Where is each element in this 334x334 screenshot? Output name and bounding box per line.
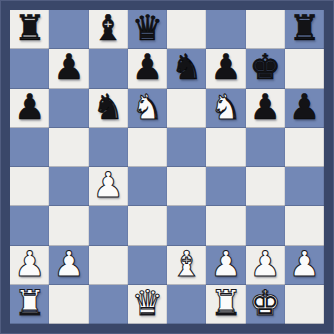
square-e6[interactable] xyxy=(167,89,206,128)
black-rook[interactable]: ♜ xyxy=(14,11,45,46)
white-pawn[interactable]: ♟ xyxy=(289,247,320,282)
chess-board: ♜♝♛♜♟♟♞♟♚♟♞♞♞♟♟♟♟♟♝♟♟♟♜♛♜♚ xyxy=(10,10,324,324)
white-king[interactable]: ♚ xyxy=(249,286,280,321)
square-h7[interactable] xyxy=(285,49,324,88)
square-c6[interactable]: ♞ xyxy=(89,89,128,128)
black-pawn[interactable]: ♟ xyxy=(14,90,45,125)
square-f3[interactable] xyxy=(206,206,245,245)
square-g1[interactable]: ♚ xyxy=(246,285,285,324)
square-e2[interactable]: ♝ xyxy=(167,246,206,285)
square-d6[interactable]: ♞ xyxy=(128,89,167,128)
square-a1[interactable]: ♜ xyxy=(10,285,49,324)
black-knight[interactable]: ♞ xyxy=(171,50,202,85)
square-d5[interactable] xyxy=(128,128,167,167)
square-d4[interactable] xyxy=(128,167,167,206)
square-g4[interactable] xyxy=(246,167,285,206)
square-f5[interactable] xyxy=(206,128,245,167)
square-a2[interactable]: ♟ xyxy=(10,246,49,285)
black-pawn[interactable]: ♟ xyxy=(53,50,84,85)
square-e4[interactable] xyxy=(167,167,206,206)
square-f6[interactable]: ♞ xyxy=(206,89,245,128)
black-pawn[interactable]: ♟ xyxy=(210,50,241,85)
white-knight[interactable]: ♞ xyxy=(210,90,241,125)
black-bishop[interactable]: ♝ xyxy=(92,11,123,46)
black-knight[interactable]: ♞ xyxy=(92,90,123,125)
square-d2[interactable] xyxy=(128,246,167,285)
square-b2[interactable]: ♟ xyxy=(49,246,88,285)
square-g7[interactable]: ♚ xyxy=(246,49,285,88)
square-b1[interactable] xyxy=(49,285,88,324)
white-pawn[interactable]: ♟ xyxy=(53,247,84,282)
square-c8[interactable]: ♝ xyxy=(89,10,128,49)
square-g3[interactable] xyxy=(246,206,285,245)
square-h4[interactable] xyxy=(285,167,324,206)
square-g2[interactable]: ♟ xyxy=(246,246,285,285)
square-h2[interactable]: ♟ xyxy=(285,246,324,285)
square-h1[interactable] xyxy=(285,285,324,324)
square-d1[interactable]: ♛ xyxy=(128,285,167,324)
square-g5[interactable] xyxy=(246,128,285,167)
square-c3[interactable] xyxy=(89,206,128,245)
square-c1[interactable] xyxy=(89,285,128,324)
square-b5[interactable] xyxy=(49,128,88,167)
square-h3[interactable] xyxy=(285,206,324,245)
square-e8[interactable] xyxy=(167,10,206,49)
square-e5[interactable] xyxy=(167,128,206,167)
square-d3[interactable] xyxy=(128,206,167,245)
square-f2[interactable]: ♟ xyxy=(206,246,245,285)
square-e3[interactable] xyxy=(167,206,206,245)
square-b7[interactable]: ♟ xyxy=(49,49,88,88)
white-pawn[interactable]: ♟ xyxy=(210,247,241,282)
square-d8[interactable]: ♛ xyxy=(128,10,167,49)
white-pawn[interactable]: ♟ xyxy=(92,168,123,203)
square-c7[interactable] xyxy=(89,49,128,88)
square-b8[interactable] xyxy=(49,10,88,49)
white-bishop[interactable]: ♝ xyxy=(171,247,202,282)
square-f7[interactable]: ♟ xyxy=(206,49,245,88)
square-f8[interactable] xyxy=(206,10,245,49)
square-d7[interactable]: ♟ xyxy=(128,49,167,88)
square-g6[interactable]: ♟ xyxy=(246,89,285,128)
square-a8[interactable]: ♜ xyxy=(10,10,49,49)
white-pawn[interactable]: ♟ xyxy=(14,247,45,282)
square-c4[interactable]: ♟ xyxy=(89,167,128,206)
square-f1[interactable]: ♜ xyxy=(206,285,245,324)
square-b3[interactable] xyxy=(49,206,88,245)
black-queen[interactable]: ♛ xyxy=(132,11,163,46)
square-e7[interactable]: ♞ xyxy=(167,49,206,88)
square-e1[interactable] xyxy=(167,285,206,324)
square-a4[interactable] xyxy=(10,167,49,206)
white-pawn[interactable]: ♟ xyxy=(249,247,280,282)
square-b4[interactable] xyxy=(49,167,88,206)
square-h8[interactable]: ♜ xyxy=(285,10,324,49)
white-queen[interactable]: ♛ xyxy=(132,286,163,321)
black-pawn[interactable]: ♟ xyxy=(289,90,320,125)
square-h6[interactable]: ♟ xyxy=(285,89,324,128)
white-rook[interactable]: ♜ xyxy=(210,286,241,321)
square-f4[interactable] xyxy=(206,167,245,206)
square-h5[interactable] xyxy=(285,128,324,167)
square-c5[interactable] xyxy=(89,128,128,167)
square-a3[interactable] xyxy=(10,206,49,245)
square-c2[interactable] xyxy=(89,246,128,285)
black-king[interactable]: ♚ xyxy=(249,50,280,85)
white-knight[interactable]: ♞ xyxy=(132,90,163,125)
black-rook[interactable]: ♜ xyxy=(289,11,320,46)
board-frame: ♜♝♛♜♟♟♞♟♚♟♞♞♞♟♟♟♟♟♝♟♟♟♜♛♜♚ xyxy=(0,0,334,334)
white-rook[interactable]: ♜ xyxy=(14,286,45,321)
square-g8[interactable] xyxy=(246,10,285,49)
square-a6[interactable]: ♟ xyxy=(10,89,49,128)
black-pawn[interactable]: ♟ xyxy=(249,90,280,125)
square-b6[interactable] xyxy=(49,89,88,128)
black-pawn[interactable]: ♟ xyxy=(132,50,163,85)
square-a7[interactable] xyxy=(10,49,49,88)
square-a5[interactable] xyxy=(10,128,49,167)
